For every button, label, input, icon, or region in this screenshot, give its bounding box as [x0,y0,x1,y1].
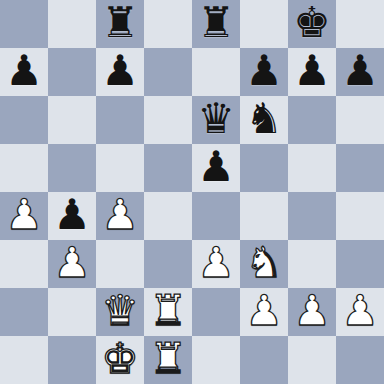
black-pawn-h7: ♟ [341,47,379,95]
square-a2[interactable] [0,288,48,336]
square-d8[interactable] [144,0,192,48]
square-b3[interactable]: ♟ [48,240,96,288]
square-c4[interactable]: ♟ [96,192,144,240]
white-pawn-g2: ♟ [293,287,331,335]
white-pawn-c4: ♟ [101,191,139,239]
square-g6[interactable] [288,96,336,144]
square-f8[interactable] [240,0,288,48]
white-king-c1: ♚ [101,335,139,383]
square-h1[interactable] [336,336,384,384]
white-knight-f3: ♞ [245,239,283,287]
black-pawn-b4: ♟ [53,191,91,239]
black-queen-e6: ♛ [197,95,235,143]
square-h8[interactable] [336,0,384,48]
square-f5[interactable] [240,144,288,192]
square-g1[interactable] [288,336,336,384]
square-a8[interactable] [0,0,48,48]
square-d4[interactable] [144,192,192,240]
square-d6[interactable] [144,96,192,144]
white-queen-c2: ♛ [101,287,139,335]
square-d3[interactable] [144,240,192,288]
black-pawn-f7: ♟ [245,47,283,95]
square-h3[interactable] [336,240,384,288]
square-c2[interactable]: ♛ [96,288,144,336]
square-d7[interactable] [144,48,192,96]
square-b8[interactable] [48,0,96,48]
square-e2[interactable] [192,288,240,336]
square-c6[interactable] [96,96,144,144]
black-rook-e8: ♜ [197,0,235,47]
square-e4[interactable] [192,192,240,240]
square-d5[interactable] [144,144,192,192]
square-e8[interactable]: ♜ [192,0,240,48]
square-f1[interactable] [240,336,288,384]
square-h7[interactable]: ♟ [336,48,384,96]
square-d2[interactable]: ♜ [144,288,192,336]
square-e7[interactable] [192,48,240,96]
square-f6[interactable]: ♞ [240,96,288,144]
square-e5[interactable]: ♟ [192,144,240,192]
square-g2[interactable]: ♟ [288,288,336,336]
black-pawn-g7: ♟ [293,47,331,95]
square-b2[interactable] [48,288,96,336]
black-pawn-c7: ♟ [101,47,139,95]
black-pawn-a7: ♟ [5,47,43,95]
square-a3[interactable] [0,240,48,288]
square-c1[interactable]: ♚ [96,336,144,384]
square-g5[interactable] [288,144,336,192]
black-knight-f6: ♞ [245,95,283,143]
square-a7[interactable]: ♟ [0,48,48,96]
square-b1[interactable] [48,336,96,384]
white-pawn-a4: ♟ [5,191,43,239]
square-b5[interactable] [48,144,96,192]
square-a5[interactable] [0,144,48,192]
white-pawn-f2: ♟ [245,287,283,335]
square-g4[interactable] [288,192,336,240]
white-pawn-h2: ♟ [341,287,379,335]
square-e6[interactable]: ♛ [192,96,240,144]
white-pawn-b3: ♟ [53,239,91,287]
square-c7[interactable]: ♟ [96,48,144,96]
square-c5[interactable] [96,144,144,192]
black-rook-c8: ♜ [101,0,139,47]
square-f3[interactable]: ♞ [240,240,288,288]
square-f4[interactable] [240,192,288,240]
square-b6[interactable] [48,96,96,144]
square-g7[interactable]: ♟ [288,48,336,96]
square-f2[interactable]: ♟ [240,288,288,336]
square-h2[interactable]: ♟ [336,288,384,336]
square-e1[interactable] [192,336,240,384]
square-g8[interactable]: ♚ [288,0,336,48]
white-pawn-e3: ♟ [197,239,235,287]
square-c8[interactable]: ♜ [96,0,144,48]
square-c3[interactable] [96,240,144,288]
black-pawn-e5: ♟ [197,143,235,191]
square-a4[interactable]: ♟ [0,192,48,240]
black-king-g8: ♚ [293,0,331,47]
square-f7[interactable]: ♟ [240,48,288,96]
square-a6[interactable] [0,96,48,144]
square-a1[interactable] [0,336,48,384]
white-rook-d2: ♜ [149,287,187,335]
white-rook-d1: ♜ [149,335,187,383]
square-h4[interactable] [336,192,384,240]
square-h5[interactable] [336,144,384,192]
square-e3[interactable]: ♟ [192,240,240,288]
chess-board: ♜♜♚♟♟♟♟♟♛♞♟♟♟♟♟♟♞♛♜♟♟♟♚♜ [0,0,384,384]
square-b4[interactable]: ♟ [48,192,96,240]
square-h6[interactable] [336,96,384,144]
square-g3[interactable] [288,240,336,288]
square-b7[interactable] [48,48,96,96]
square-d1[interactable]: ♜ [144,336,192,384]
